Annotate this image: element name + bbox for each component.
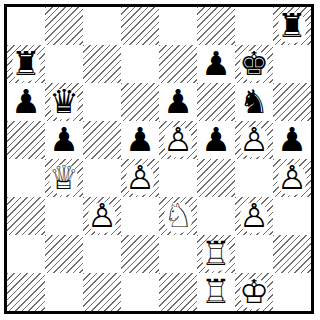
square-g6: ♞ (235, 83, 273, 121)
square-d3 (121, 197, 159, 235)
square-d7 (121, 45, 159, 83)
square-f3 (197, 197, 235, 235)
square-h5: ♟ (273, 121, 311, 159)
square-b4: ♕ (45, 159, 83, 197)
square-a5 (7, 121, 45, 159)
square-c2 (83, 235, 121, 273)
black-pawn-f7: ♟ (197, 45, 235, 83)
square-d1 (121, 273, 159, 311)
square-a3 (7, 197, 45, 235)
square-h4: ♙ (273, 159, 311, 197)
white-queen-b4: ♕ (45, 159, 83, 197)
black-pawn-a6: ♟ (7, 83, 45, 121)
square-b1 (45, 273, 83, 311)
square-c1 (83, 273, 121, 311)
square-c6 (83, 83, 121, 121)
square-f2: ♖ (197, 235, 235, 273)
white-pawn-d4: ♙ (121, 159, 159, 197)
square-e7 (159, 45, 197, 83)
square-a8 (7, 7, 45, 45)
white-pawn-c3: ♙ (83, 197, 121, 235)
square-b8 (45, 7, 83, 45)
square-h2 (273, 235, 311, 273)
square-b2 (45, 235, 83, 273)
square-d2 (121, 235, 159, 273)
black-queen-b6: ♛ (45, 83, 83, 121)
square-c8 (83, 7, 121, 45)
square-a6: ♟ (7, 83, 45, 121)
white-pawn-h4: ♙ (273, 159, 311, 197)
square-h1 (273, 273, 311, 311)
square-g3: ♙ (235, 197, 273, 235)
board-border: ♜♜♟♚♟♛♟♞♟♟♙♟♙♟♕♙♙♙♘♙♖♖♔ (4, 4, 314, 314)
square-h3 (273, 197, 311, 235)
black-rook-a7: ♜ (7, 45, 45, 83)
square-b5: ♟ (45, 121, 83, 159)
square-c7 (83, 45, 121, 83)
square-e4 (159, 159, 197, 197)
square-g4 (235, 159, 273, 197)
square-f8 (197, 7, 235, 45)
square-e6: ♟ (159, 83, 197, 121)
black-pawn-h5: ♟ (273, 121, 311, 159)
square-e3: ♘ (159, 197, 197, 235)
black-pawn-f5: ♟ (197, 121, 235, 159)
square-h8: ♜ (273, 7, 311, 45)
black-pawn-e6: ♟ (159, 83, 197, 121)
square-b3 (45, 197, 83, 235)
chess-diagram: ♜♜♟♚♟♛♟♞♟♟♙♟♙♟♕♙♙♙♘♙♖♖♔ (0, 0, 320, 320)
square-e8 (159, 7, 197, 45)
square-c4 (83, 159, 121, 197)
chessboard: ♜♜♟♚♟♛♟♞♟♟♙♟♙♟♕♙♙♙♘♙♖♖♔ (7, 7, 311, 311)
square-f6 (197, 83, 235, 121)
black-rook-h8: ♜ (273, 7, 311, 45)
black-king-g7: ♚ (235, 45, 273, 83)
square-e2 (159, 235, 197, 273)
white-king-g1: ♔ (235, 273, 273, 311)
square-d5: ♟ (121, 121, 159, 159)
square-f5: ♟ (197, 121, 235, 159)
square-f1: ♖ (197, 273, 235, 311)
square-g7: ♚ (235, 45, 273, 83)
square-g8 (235, 7, 273, 45)
white-pawn-e5: ♙ (159, 121, 197, 159)
square-a2 (7, 235, 45, 273)
square-a1 (7, 273, 45, 311)
white-rook-f1: ♖ (197, 273, 235, 311)
square-g2 (235, 235, 273, 273)
square-b7 (45, 45, 83, 83)
square-h6 (273, 83, 311, 121)
white-pawn-g3: ♙ (235, 197, 273, 235)
square-c3: ♙ (83, 197, 121, 235)
black-pawn-b5: ♟ (45, 121, 83, 159)
square-a4 (7, 159, 45, 197)
black-knight-g6: ♞ (235, 83, 273, 121)
square-d8 (121, 7, 159, 45)
square-b6: ♛ (45, 83, 83, 121)
black-pawn-d5: ♟ (121, 121, 159, 159)
square-g5: ♙ (235, 121, 273, 159)
white-rook-f2: ♖ (197, 235, 235, 273)
square-d6 (121, 83, 159, 121)
square-f4 (197, 159, 235, 197)
square-f7: ♟ (197, 45, 235, 83)
white-knight-e3: ♘ (159, 197, 197, 235)
square-e1 (159, 273, 197, 311)
square-c5 (83, 121, 121, 159)
square-d4: ♙ (121, 159, 159, 197)
square-h7 (273, 45, 311, 83)
square-e5: ♙ (159, 121, 197, 159)
square-g1: ♔ (235, 273, 273, 311)
white-pawn-g5: ♙ (235, 121, 273, 159)
square-a7: ♜ (7, 45, 45, 83)
